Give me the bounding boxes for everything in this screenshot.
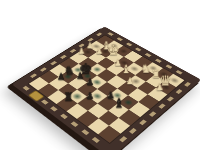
black-knight[interactable]: ♞ <box>64 64 75 76</box>
black-pawn[interactable]: ♟ <box>76 72 84 81</box>
white-king[interactable]: ♚ <box>107 44 120 58</box>
black-rook[interactable]: ♜ <box>63 91 73 103</box>
black-bishop[interactable]: ♝ <box>113 97 125 110</box>
white-knight[interactable]: ♞ <box>140 63 151 75</box>
white-pawn[interactable]: ♟ <box>77 48 85 56</box>
square-h8[interactable]: ♛ <box>165 74 184 87</box>
black-pawn[interactable]: ♟ <box>57 72 65 81</box>
photo-stage: ♝♚♞♜♛♟♟♟♝♟♟♟♚♞♟♟♟♝♟♟♜ <box>0 0 200 150</box>
white-pawn[interactable]: ♟ <box>95 47 103 55</box>
square-g4[interactable]: ♝ <box>118 95 138 110</box>
black-pawn[interactable]: ♟ <box>86 78 94 87</box>
board-grid: ♝♚♞♜♛♟♟♟♝♟♟♟♚♞♟♟♟♝♟♟♜ <box>29 35 184 142</box>
white-pawn[interactable]: ♟ <box>156 83 164 92</box>
white-pawn[interactable]: ♟ <box>125 77 133 86</box>
chess-board: ♝♚♞♜♛♟♟♟♝♟♟♟♚♞♟♟♟♝♟♟♜ <box>12 27 200 150</box>
white-bishop[interactable]: ♝ <box>121 63 132 75</box>
white-pawn[interactable]: ♟ <box>86 42 93 50</box>
black-pawn[interactable]: ♟ <box>86 92 94 101</box>
